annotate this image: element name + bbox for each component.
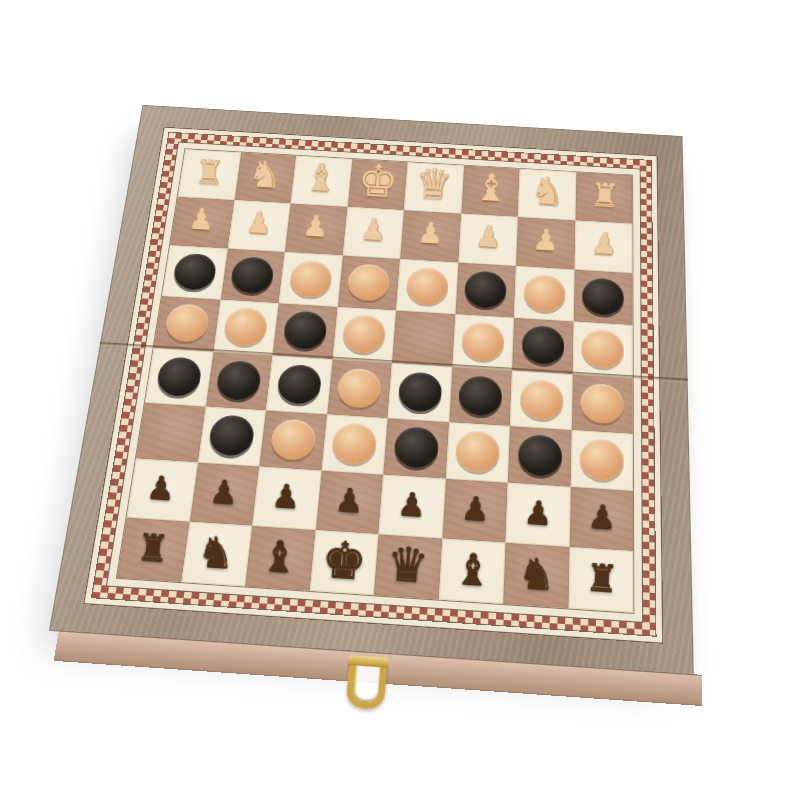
checker-wood[interactable]	[269, 418, 317, 461]
checker-black[interactable]	[397, 371, 442, 412]
square-a3[interactable]	[136, 402, 205, 462]
square-h1[interactable]: ♜	[568, 546, 633, 612]
square-g8[interactable]: ♞	[518, 169, 576, 220]
gold-clasp-latch[interactable]	[344, 655, 388, 710]
piece-dark-rook[interactable]: ♜	[584, 558, 619, 597]
square-e1[interactable]: ♛	[374, 534, 442, 600]
square-g4[interactable]	[510, 371, 572, 430]
square-g7[interactable]: ♟	[516, 217, 575, 270]
square-h4[interactable]	[571, 374, 633, 433]
piece-light-bishop[interactable]: ♝	[473, 168, 509, 207]
piece-dark-pawn[interactable]: ♟	[209, 475, 239, 509]
square-g5[interactable]	[512, 317, 573, 374]
square-f5[interactable]	[452, 314, 514, 371]
square-f4[interactable]	[449, 367, 512, 426]
piece-light-pawn[interactable]: ♟	[359, 215, 387, 245]
clasp-hoop-icon	[346, 665, 387, 710]
checker-wood[interactable]	[580, 438, 624, 481]
piece-dark-pawn[interactable]: ♟	[271, 479, 302, 513]
square-b1[interactable]: ♞	[181, 521, 252, 586]
square-b6[interactable]	[220, 249, 284, 303]
square-b4[interactable]	[205, 352, 272, 410]
square-g3[interactable]	[508, 426, 572, 487]
piece-dark-bishop[interactable]: ♝	[260, 534, 300, 579]
checker-wood[interactable]	[288, 259, 333, 297]
square-c2[interactable]: ♟	[252, 467, 321, 530]
checker-black[interactable]	[215, 360, 262, 401]
inner-cream-band: ♜♞♝♚♛♝♞♜♟♟♟♟♟♟♟♟♟♟♟♟♟♟♟♟♜♞♝♚♛♝♞♜	[106, 142, 643, 623]
square-d7[interactable]: ♟	[342, 206, 404, 259]
piece-light-pawn[interactable]: ♟	[532, 225, 560, 256]
square-d1[interactable]: ♚	[309, 530, 378, 596]
piece-light-pawn[interactable]: ♟	[417, 218, 445, 248]
square-f6[interactable]	[455, 263, 516, 318]
square-g2[interactable]: ♟	[505, 483, 570, 547]
square-d3[interactable]	[321, 414, 388, 475]
mosaic-border: ♜♞♝♚♛♝♞♜♟♟♟♟♟♟♟♟♟♟♟♟♟♟♟♟♜♞♝♚♛♝♞♜	[91, 132, 657, 637]
square-f1[interactable]: ♝	[438, 538, 505, 604]
checker-black[interactable]	[282, 311, 328, 351]
piece-dark-bishop[interactable]: ♝	[452, 547, 492, 592]
square-h2[interactable]: ♟	[569, 487, 633, 551]
checker-black[interactable]	[517, 434, 562, 477]
piece-dark-pawn[interactable]: ♟	[523, 496, 554, 530]
square-g1[interactable]: ♞	[503, 542, 569, 608]
checker-black[interactable]	[464, 270, 507, 309]
piece-light-rook[interactable]: ♜	[589, 178, 620, 212]
piece-light-queen[interactable]: ♛	[414, 163, 453, 206]
square-a1[interactable]: ♜	[117, 517, 189, 582]
square-h5[interactable]	[572, 321, 632, 378]
square-c7[interactable]: ♟	[285, 203, 347, 256]
square-b2[interactable]: ♟	[189, 463, 259, 526]
checker-black[interactable]	[458, 375, 503, 417]
piece-light-king[interactable]: ♚	[357, 158, 399, 204]
square-b7[interactable]: ♟	[227, 200, 290, 252]
checker-wood[interactable]	[519, 379, 563, 421]
square-e3[interactable]	[383, 418, 449, 479]
square-c6[interactable]	[279, 252, 343, 306]
square-a5[interactable]	[154, 296, 221, 352]
piece-dark-pawn[interactable]: ♟	[460, 492, 491, 526]
square-a7[interactable]: ♟	[170, 196, 234, 248]
square-f2[interactable]: ♟	[442, 479, 508, 542]
checker-wood[interactable]	[405, 267, 449, 306]
square-c5[interactable]	[272, 303, 337, 359]
square-e7[interactable]: ♟	[400, 210, 461, 263]
checker-wood[interactable]	[581, 382, 624, 424]
piece-light-knight[interactable]: ♞	[530, 172, 566, 211]
checker-wood[interactable]	[223, 307, 269, 347]
square-c4[interactable]	[266, 355, 332, 413]
square-f3[interactable]	[445, 422, 510, 483]
chess-board-grid: ♜♞♝♚♛♝♞♜♟♟♟♟♟♟♟♟♟♟♟♟♟♟♟♟♜♞♝♚♛♝♞♜	[116, 148, 635, 614]
square-d6[interactable]	[337, 256, 400, 311]
square-e8[interactable]: ♛	[404, 162, 464, 213]
piece-dark-knight[interactable]: ♞	[517, 551, 558, 596]
square-b5[interactable]	[213, 299, 279, 355]
square-b8[interactable]: ♞	[234, 152, 296, 203]
square-a8[interactable]: ♜	[178, 149, 241, 200]
checker-black[interactable]	[521, 325, 564, 365]
square-f7[interactable]: ♟	[458, 213, 518, 266]
square-e5[interactable]	[392, 310, 455, 367]
checker-wood[interactable]	[455, 430, 501, 473]
piece-dark-knight[interactable]: ♞	[196, 530, 236, 575]
square-h6[interactable]	[573, 270, 632, 325]
box-front-edge	[54, 630, 703, 706]
piece-dark-rook[interactable]: ♜	[135, 528, 170, 567]
piece-light-rook[interactable]: ♜	[193, 155, 224, 189]
piece-light-knight[interactable]: ♞	[247, 155, 283, 194]
square-h7[interactable]: ♟	[574, 220, 632, 273]
checker-black[interactable]	[155, 356, 203, 397]
checker-black[interactable]	[208, 414, 256, 457]
piece-light-pawn[interactable]: ♟	[302, 212, 330, 242]
checker-wood[interactable]	[336, 367, 382, 408]
checker-wood[interactable]	[461, 322, 505, 362]
piece-light-pawn[interactable]: ♟	[590, 229, 618, 260]
wooden-folding-board: ♜♞♝♚♛♝♞♜♟♟♟♟♟♟♟♟♟♟♟♟♟♟♟♟♜♞♝♚♛♝♞♜	[49, 105, 694, 675]
checker-wood[interactable]	[523, 274, 565, 313]
square-d4[interactable]	[327, 359, 392, 418]
square-d5[interactable]	[332, 306, 396, 362]
square-a6[interactable]	[162, 245, 227, 299]
square-h3[interactable]	[570, 430, 633, 491]
checker-black[interactable]	[393, 426, 439, 469]
square-c3[interactable]	[259, 410, 326, 471]
square-a2[interactable]: ♟	[127, 459, 198, 522]
square-d8[interactable]: ♚	[347, 159, 407, 210]
checker-wood[interactable]	[342, 314, 387, 354]
piece-light-pawn[interactable]: ♟	[245, 208, 273, 238]
piece-dark-pawn[interactable]: ♟	[334, 484, 365, 518]
square-d2[interactable]: ♟	[315, 471, 383, 534]
piece-dark-pawn[interactable]: ♟	[587, 500, 618, 534]
piece-light-pawn[interactable]: ♟	[188, 205, 216, 235]
piece-light-pawn[interactable]: ♟	[475, 222, 503, 252]
checker-wood[interactable]	[163, 303, 210, 343]
checker-wood[interactable]	[331, 422, 378, 465]
piece-light-bishop[interactable]: ♝	[303, 159, 339, 198]
checker-wood[interactable]	[347, 263, 391, 302]
checker-black[interactable]	[582, 277, 624, 316]
square-h8[interactable]: ♜	[575, 172, 632, 223]
square-e4[interactable]	[388, 363, 452, 422]
square-c1[interactable]: ♝	[245, 525, 315, 590]
square-e2[interactable]: ♟	[379, 475, 446, 538]
board-scene: ♜♞♝♚♛♝♞♜♟♟♟♟♟♟♟♟♟♟♟♟♟♟♟♟♜♞♝♚♛♝♞♜	[49, 105, 694, 675]
square-e6[interactable]	[396, 259, 458, 314]
checker-black[interactable]	[276, 363, 323, 404]
checker-black[interactable]	[230, 256, 276, 294]
checker-wood[interactable]	[581, 329, 624, 369]
outer-cream-band: ♜♞♝♚♛♝♞♜♟♟♟♟♟♟♟♟♟♟♟♟♟♟♟♟♜♞♝♚♛♝♞♜	[83, 127, 663, 644]
square-c8[interactable]: ♝	[291, 156, 352, 207]
piece-dark-king[interactable]: ♚	[320, 534, 368, 587]
piece-dark-pawn[interactable]: ♟	[146, 471, 176, 505]
square-g6[interactable]	[514, 266, 574, 321]
checker-black[interactable]	[172, 252, 218, 290]
piece-dark-queen[interactable]: ♛	[386, 540, 431, 590]
square-a4[interactable]	[145, 348, 213, 406]
square-f8[interactable]: ♝	[461, 165, 520, 216]
piece-dark-pawn[interactable]: ♟	[397, 488, 428, 522]
square-b3[interactable]	[198, 406, 266, 466]
